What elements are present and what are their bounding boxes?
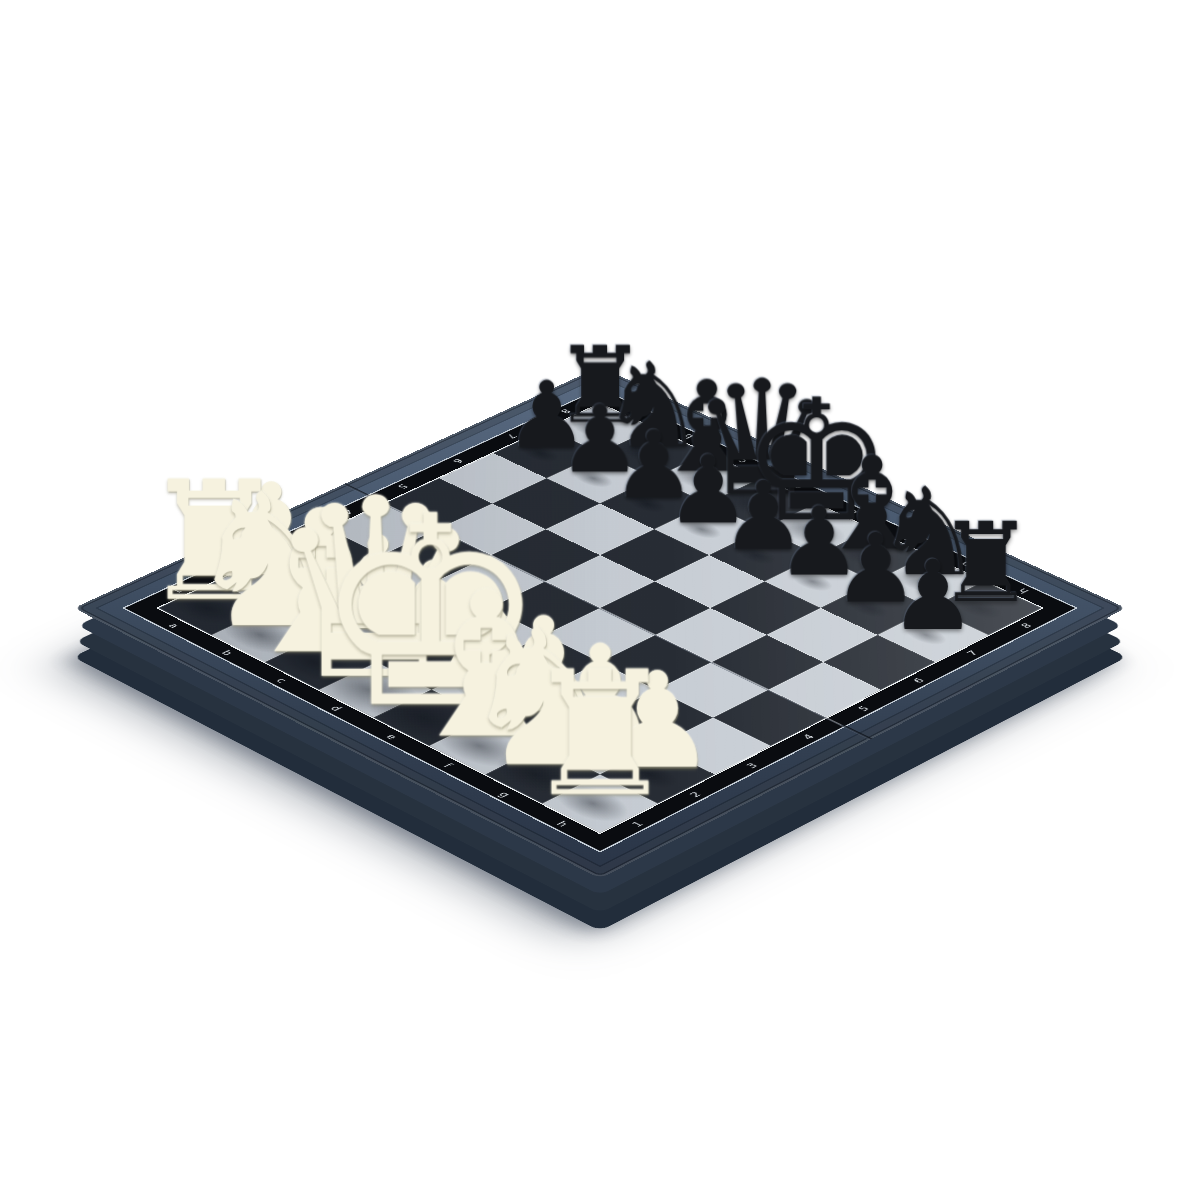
square-d3 (434, 608, 545, 662)
board-3d: abcdefgh abcdefgh 87654321 87654321 ♜♞♝♛… (74, 367, 1126, 879)
piece-shadow (567, 466, 620, 491)
piece-shadow (281, 591, 353, 626)
piece-shadow (948, 593, 1011, 623)
piece-shadow (389, 644, 462, 680)
board-frame: abcdefgh abcdefgh 87654321 87654321 ♜♞♝♛… (74, 367, 1126, 879)
square-g7: ♟ (821, 581, 931, 634)
piece-shadow (829, 538, 902, 573)
piece-shadow (898, 622, 953, 649)
square-e1: ♚ (374, 690, 487, 746)
piece-shadow (499, 699, 573, 736)
board-margin: abcdefgh abcdefgh 87654321 87654321 ♜♞♝♛… (122, 388, 1078, 853)
piece-shadow (555, 727, 630, 764)
piece-shadow (208, 610, 311, 661)
scene: abcdefgh abcdefgh 87654321 87654321 ♜♞♝♛… (0, 0, 1200, 1200)
piece-shadow (785, 568, 839, 594)
piece-shadow (675, 517, 728, 542)
piece-shadow (730, 542, 784, 568)
hinge-gap-right (840, 724, 873, 740)
rank-label: 2 (201, 547, 270, 581)
piece-shadow (841, 595, 896, 621)
piece-shadow (620, 491, 673, 516)
piece-shadow (887, 565, 956, 598)
piece-shadow (444, 672, 517, 708)
